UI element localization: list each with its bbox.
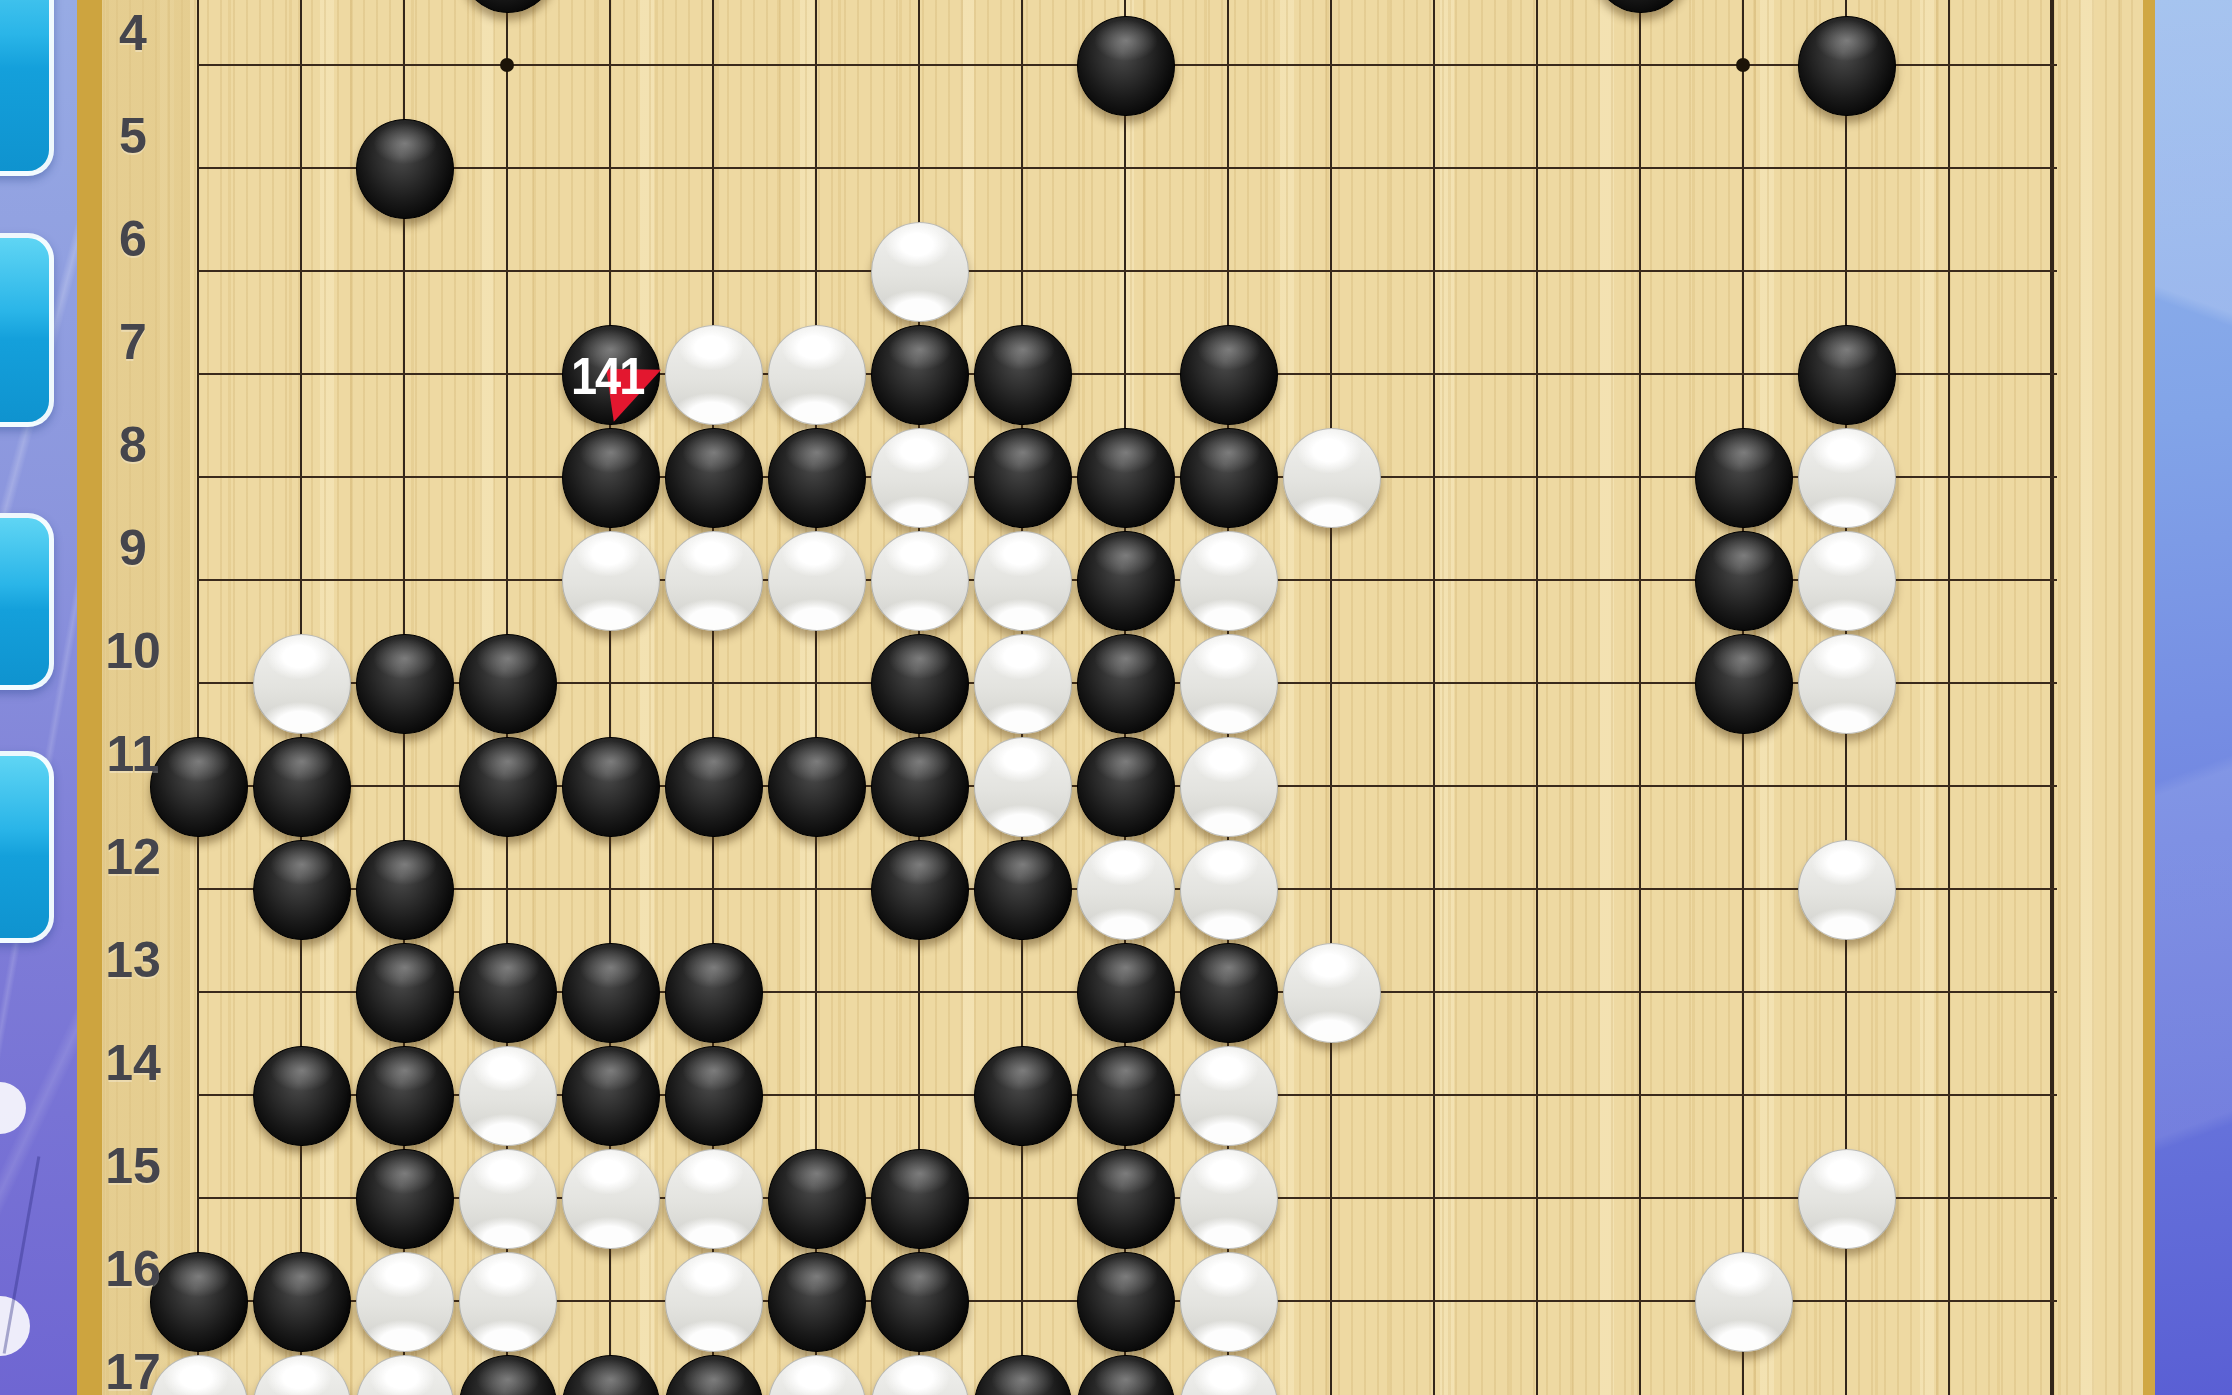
- row-label-10: 10: [85, 625, 181, 677]
- stone-white: [871, 1355, 969, 1395]
- stone-black: [871, 634, 969, 734]
- stone-black: [356, 1046, 454, 1146]
- stone-black: [356, 1149, 454, 1249]
- stone-white: [1695, 1252, 1793, 1352]
- stone-white: [459, 1252, 557, 1352]
- stone-white: [871, 222, 969, 322]
- stone-black: [974, 325, 1072, 425]
- stone-black: [1180, 325, 1278, 425]
- grid-vline: [1433, 0, 1435, 1395]
- stone-white: [974, 634, 1072, 734]
- row-label-11: 11: [85, 728, 181, 780]
- stone-black: [356, 943, 454, 1043]
- stone-white: [665, 1149, 763, 1249]
- stone-black: [253, 840, 351, 940]
- grid-vline: [1330, 0, 1332, 1395]
- grid-vline: [1948, 0, 1950, 1395]
- row-label-17: 17: [85, 1346, 181, 1395]
- stone-white: [356, 1355, 454, 1395]
- row-label-5: 5: [85, 110, 181, 162]
- stone-white: [871, 531, 969, 631]
- stone-black: [459, 943, 557, 1043]
- stone-black: [1077, 428, 1175, 528]
- stone-white: [459, 1046, 557, 1146]
- stone-white: [1798, 1149, 1896, 1249]
- stone-white: [665, 1252, 763, 1352]
- stone-white: [562, 1149, 660, 1249]
- stone-black: [871, 325, 969, 425]
- stone-black: [665, 1046, 763, 1146]
- sidebar-button-4[interactable]: [0, 751, 54, 943]
- stone-white: [974, 737, 1072, 837]
- stone-white: [1798, 428, 1896, 528]
- stone-white: [1283, 943, 1381, 1043]
- stone-black: [562, 1355, 660, 1395]
- stone-white: [1180, 1046, 1278, 1146]
- stone-white: [768, 1355, 866, 1395]
- row-label-12: 12: [85, 831, 181, 883]
- stone-white: [1180, 1252, 1278, 1352]
- go-app-screen: 141 4567891011121314151617: [0, 0, 2232, 1395]
- stone-white: [459, 1149, 557, 1249]
- stone-black: [459, 634, 557, 734]
- grid-vline: [1639, 0, 1641, 1395]
- stone-white: [974, 531, 1072, 631]
- stone-black: [356, 119, 454, 219]
- stone-black: [253, 737, 351, 837]
- stone-black: [768, 1252, 866, 1352]
- stone-black: [1077, 531, 1175, 631]
- row-label-15: 15: [85, 1140, 181, 1192]
- row-label-7: 7: [85, 316, 181, 368]
- last-move-number: 141: [563, 320, 651, 430]
- stone-black: [562, 943, 660, 1043]
- stone-white: [253, 1355, 351, 1395]
- stone-white: [1180, 840, 1278, 940]
- stone-white: [665, 531, 763, 631]
- stone-black: [459, 737, 557, 837]
- stone-black: [253, 1046, 351, 1146]
- stone-black: [974, 840, 1072, 940]
- stone-black: [1798, 325, 1896, 425]
- stone-black: [459, 0, 557, 13]
- stone-black: [1077, 943, 1175, 1043]
- stone-black: [974, 428, 1072, 528]
- stone-white: [1283, 428, 1381, 528]
- stone-white: [665, 325, 763, 425]
- row-label-9: 9: [85, 522, 181, 574]
- stone-black: [1077, 16, 1175, 116]
- row-label-14: 14: [85, 1037, 181, 1089]
- stone-black: [1592, 0, 1690, 13]
- stone-black: [871, 840, 969, 940]
- row-label-4: 4: [85, 7, 181, 59]
- stone-black: [768, 737, 866, 837]
- stone-black: [1798, 16, 1896, 116]
- stone-black: [665, 737, 763, 837]
- stone-white: [1798, 531, 1896, 631]
- stone-white: [1180, 1149, 1278, 1249]
- sidebar-pattern: [0, 0, 77, 1395]
- stone-black: [1077, 737, 1175, 837]
- stone-black: [871, 1252, 969, 1352]
- star-point: [500, 58, 514, 72]
- stone-white: [1180, 634, 1278, 734]
- stone-black: [768, 1149, 866, 1249]
- row-label-8: 8: [85, 419, 181, 471]
- stone-black: [253, 1252, 351, 1352]
- row-label-13: 13: [85, 934, 181, 986]
- grid-hline: [197, 167, 2057, 169]
- star-point: [1736, 58, 1750, 72]
- stone-black: [562, 737, 660, 837]
- stone-black: [1077, 1252, 1175, 1352]
- grid-hline: [197, 270, 2057, 272]
- stone-white: [1180, 1355, 1278, 1395]
- stone-white: [1180, 737, 1278, 837]
- stone-black: [562, 428, 660, 528]
- go-board-grid[interactable]: 141: [0, 0, 2232, 1395]
- stone-black: [1695, 634, 1793, 734]
- stone-black: [974, 1046, 1072, 1146]
- stone-white: [1798, 634, 1896, 734]
- stone-black: [1077, 1355, 1175, 1395]
- stone-white: [356, 1252, 454, 1352]
- stone-black: [1077, 634, 1175, 734]
- stone-black: [1695, 428, 1793, 528]
- stone-white: [1798, 840, 1896, 940]
- stone-white: [1180, 531, 1278, 631]
- stone-white: [1077, 840, 1175, 940]
- sidebar-button-2[interactable]: [0, 233, 54, 427]
- stone-black: [1180, 428, 1278, 528]
- stone-black: [356, 840, 454, 940]
- stone-white: [871, 428, 969, 528]
- stone-black: [665, 943, 763, 1043]
- stone-black: [974, 1355, 1072, 1395]
- grid-vline: [197, 0, 199, 1395]
- stone-black: [665, 428, 763, 528]
- stone-black: [356, 634, 454, 734]
- stone-black: [871, 1149, 969, 1249]
- sidebar-button-1[interactable]: [0, 0, 54, 176]
- stone-white: [768, 325, 866, 425]
- stone-black: [459, 1355, 557, 1395]
- grid-vline: [2050, 0, 2054, 1395]
- left-toolbar: [0, 0, 77, 1395]
- row-label-6: 6: [85, 213, 181, 265]
- row-label-16: 16: [85, 1243, 181, 1295]
- stone-black: [1695, 531, 1793, 631]
- stone-black: [768, 428, 866, 528]
- stone-black: [562, 1046, 660, 1146]
- stone-black-last-move: 141: [562, 325, 660, 425]
- grid-vline: [1536, 0, 1538, 1395]
- stone-white: [768, 531, 866, 631]
- stone-white: [562, 531, 660, 631]
- stone-black: [1180, 943, 1278, 1043]
- stone-black: [871, 737, 969, 837]
- stone-black: [1077, 1046, 1175, 1146]
- sidebar-button-3[interactable]: [0, 513, 54, 690]
- grid-hline: [197, 373, 2057, 375]
- stone-black: [665, 1355, 763, 1395]
- stone-black: [1077, 1149, 1175, 1249]
- stone-white: [253, 634, 351, 734]
